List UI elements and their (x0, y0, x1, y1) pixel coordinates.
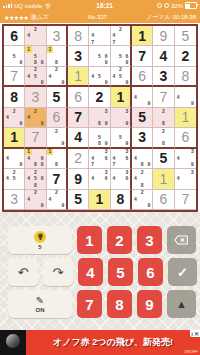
ad-banner[interactable]: オノフ赤 2つの飛び、新発売! i ✕ ONOFF (0, 330, 200, 355)
candidate-9: 9 (103, 121, 110, 127)
candidate-9: 9 (124, 141, 130, 147)
cell-r7c7[interactable]: 489 (132, 149, 153, 169)
cell-r4c8[interactable]: 7 (153, 87, 174, 107)
timer: 00:18:38 (173, 14, 196, 20)
cell-r5c8[interactable]: 28 (153, 108, 174, 128)
candidate-grid: 3467 (89, 149, 109, 168)
cell-r6c9[interactable]: 6 (175, 128, 196, 148)
cell-r2c2[interactable]: 1589 (25, 46, 46, 66)
pencil-icon: ✎ (36, 296, 44, 306)
given-digit: 2 (181, 49, 189, 63)
candidate-grid: 3467 (111, 149, 130, 168)
candidate-grid: 249 (25, 108, 45, 127)
cell-r3c1[interactable]: 7 (4, 67, 25, 87)
cell-r6c4[interactable]: 4 (68, 128, 89, 148)
ad-product-image (0, 330, 26, 355)
candidate-grid: 59 (4, 46, 24, 65)
cell-r3c2[interactable]: 2459 (25, 67, 46, 87)
cell-r5c4[interactable]: 7 (68, 108, 89, 128)
cell-r6c5[interactable]: 589 (89, 128, 110, 148)
candidate-grid: 24568 (25, 169, 45, 188)
candidate-7: 7 (89, 162, 96, 168)
given-digit: 7 (74, 110, 82, 124)
candidate-grid: 28 (153, 108, 173, 127)
cell-r4c4[interactable]: 6 (68, 87, 89, 107)
candidate-9: 9 (103, 59, 110, 65)
cell-r4c6[interactable]: 1 (111, 87, 132, 107)
candidate-9: 9 (18, 162, 25, 168)
candidate-9: 9 (189, 100, 196, 106)
cell-r8c2[interactable]: 24568 (25, 169, 46, 189)
candidate-grid: 2459 (25, 67, 45, 85)
cell-r1c5[interactable]: 47 (89, 26, 110, 46)
cell-r9c2[interactable]: 249 (25, 190, 46, 210)
candidate-9: 9 (146, 203, 153, 209)
cell-r9c3[interactable]: 249 (47, 190, 68, 210)
key-4[interactable]: 4 (78, 258, 103, 286)
candidate-8: 8 (160, 121, 167, 127)
candidate-grid: 489 (132, 149, 152, 168)
cell-r5c1[interactable]: 249 (4, 108, 25, 128)
candidate-9: 9 (60, 141, 66, 147)
user-digit: 2 (74, 151, 82, 165)
cell-r2c6[interactable]: 569 (111, 46, 132, 66)
candidate-grid: 1589 (25, 46, 45, 65)
candidate-9: 9 (124, 121, 130, 127)
cell-r3c5[interactable]: 459 (89, 67, 110, 87)
cell-r1c2[interactable]: 24 (25, 26, 46, 46)
cell-r3c8[interactable]: 3 (153, 67, 174, 87)
puzzle-number: No.327 (88, 14, 107, 20)
key-1[interactable]: 1 (77, 226, 102, 254)
cell-r1c4[interactable]: 8 (68, 26, 89, 46)
mode-label: ノーマル (146, 13, 170, 22)
collapse-button[interactable]: ▲ (167, 290, 196, 318)
ad-close-icon[interactable]: ✕ (194, 331, 199, 337)
user-digit: 6 (181, 130, 189, 144)
candidate-8: 8 (32, 182, 39, 188)
backspace-button[interactable] (167, 226, 196, 254)
orientation-lock-icon (157, 3, 162, 8)
given-digit: 5 (52, 90, 60, 104)
cell-r4c3[interactable]: 5 (47, 87, 68, 107)
given-digit: 8 (116, 192, 124, 206)
candidate-9: 9 (39, 79, 46, 85)
candidate-9: 9 (146, 162, 153, 168)
candidate-grid: 346 (89, 169, 109, 188)
candidate-grid: 245 (4, 169, 24, 188)
cell-r4c1[interactable]: 8 (4, 87, 25, 107)
candidate-grid: 49 (4, 149, 24, 168)
user-digit: 5 (181, 29, 189, 43)
cell-r5c5[interactable]: 389 (89, 108, 110, 128)
cell-r8c1[interactable]: 245 (4, 169, 25, 189)
cell-r8c8[interactable]: 1 (153, 169, 174, 189)
keypad-panel: 5 1 2 3 ↶ ↷ 4 5 6 ✓ ✎ ON 7 8 9 ▲ (0, 212, 200, 330)
given-digit: 9 (74, 172, 82, 186)
given-digit: 5 (138, 110, 146, 124)
user-digit: 3 (52, 29, 60, 43)
user-digit: 1 (74, 69, 82, 83)
given-digit: 4 (74, 130, 82, 144)
candidate-grid: 349 (175, 149, 196, 168)
user-digit: 9 (160, 29, 168, 43)
candidate-grid: 589 (89, 128, 109, 146)
candidate-8: 8 (96, 141, 103, 147)
candidate-8: 8 (96, 121, 103, 127)
collapse-icon: ▲ (176, 298, 187, 310)
hint-button[interactable]: 5 (8, 226, 72, 254)
candidate-9: 9 (39, 121, 46, 127)
candidate-grid: 18 (47, 149, 66, 168)
carrier-label: UQ mobile (14, 3, 42, 9)
cell-r9c5[interactable]: 1 (89, 190, 110, 210)
undo-icon: ↶ (18, 265, 29, 280)
candidate-9: 9 (60, 203, 66, 209)
candidate-grid: 24 (25, 26, 45, 45)
candidate-grid: 459 (89, 67, 109, 85)
given-digit: 7 (52, 172, 60, 186)
cell-r5c2[interactable]: 249 (25, 108, 46, 128)
candidate-grid: 39 (111, 108, 130, 127)
key-2[interactable]: 2 (107, 226, 132, 254)
signal-strength-icon (3, 3, 12, 8)
puzzle-header: ★★★★★ 激ムズ No.327 ノーマル 00:18:38 (0, 11, 200, 23)
candidate-grid: 569 (89, 46, 109, 65)
candidate-grid: 249 (25, 190, 45, 209)
cell-r7c4[interactable]: 2 (68, 149, 89, 169)
cell-r4c5[interactable]: 2 (89, 87, 110, 107)
cell-r1c8[interactable]: 9 (153, 26, 174, 46)
candidate-9: 9 (189, 162, 196, 168)
candidate-9: 9 (39, 162, 46, 168)
cell-r2c4[interactable]: 3 (68, 46, 89, 66)
lightbulb-icon (34, 231, 46, 243)
redo-icon: ↷ (53, 265, 64, 280)
key-7[interactable]: 7 (77, 290, 102, 318)
cell-r9c6[interactable]: 8 (111, 190, 132, 210)
given-digit: 3 (74, 49, 82, 63)
cell-r6c6[interactable]: 59 (111, 128, 132, 148)
user-digit: 3 (10, 192, 18, 206)
cell-r5c9[interactable]: 1 (175, 108, 196, 128)
candidate-grid: 18 (47, 46, 66, 65)
candidate-grid: 249 (132, 190, 152, 209)
ad-info-icon[interactable]: i (191, 331, 193, 337)
user-digit: 7 (32, 130, 40, 144)
hint-count: 5 (38, 244, 41, 250)
difficulty-label: 激ムズ (30, 13, 48, 22)
candidate-8: 8 (160, 141, 167, 147)
key-9[interactable]: 9 (137, 290, 162, 318)
candidate-8: 8 (32, 59, 39, 65)
cell-r7c5[interactable]: 3467 (89, 149, 110, 169)
user-digit: 3 (32, 90, 40, 104)
cell-r2c5[interactable]: 569 (89, 46, 110, 66)
cell-r8c5[interactable]: 346 (89, 169, 110, 189)
candidate-grid: 2459 (111, 67, 130, 85)
undo-button[interactable]: ↶ (8, 258, 38, 286)
candidate-grid: 569 (111, 46, 130, 65)
cell-r7c9[interactable]: 349 (175, 149, 196, 169)
cell-r2c8[interactable]: 4 (153, 46, 174, 66)
given-digit: 8 (10, 90, 18, 104)
status-bar: UQ mobile 16:21 32% (0, 0, 200, 11)
cell-r7c6[interactable]: 3467 (111, 149, 132, 169)
cell-r6c3[interactable]: 29 (47, 128, 68, 148)
wifi-icon (44, 3, 52, 9)
candidate-9: 9 (103, 79, 110, 85)
user-digit: 6 (74, 90, 82, 104)
candidate-grid: 249 (4, 108, 24, 127)
cell-r9c1[interactable]: 3 (4, 190, 25, 210)
cell-r6c8[interactable]: 28 (153, 128, 174, 148)
user-digit: 7 (181, 192, 189, 206)
given-digit: 3 (138, 130, 146, 144)
cell-r1c3[interactable]: 3 (47, 26, 68, 46)
given-digit: 1 (116, 90, 124, 104)
cell-r3c7[interactable]: 6 (132, 67, 153, 87)
cell-r9c4[interactable]: 5 (68, 190, 89, 210)
battery-icon (185, 2, 197, 9)
user-digit: 8 (74, 29, 82, 43)
memo-state-label: ON (36, 307, 45, 313)
candidate-grid: 249 (47, 67, 66, 85)
given-digit: 1 (10, 130, 18, 144)
cell-r2c7[interactable]: 7 (132, 46, 153, 66)
redo-button[interactable]: ↷ (43, 258, 73, 286)
candidate-grid: 28 (153, 128, 173, 146)
check-icon: ✓ (177, 265, 188, 280)
cell-r3c3[interactable]: 249 (47, 67, 68, 87)
candidate-8: 8 (32, 162, 39, 168)
candidate-grid: 49 (132, 87, 152, 106)
cell-r2c3[interactable]: 18 (47, 46, 68, 66)
check-button[interactable]: ✓ (168, 258, 197, 286)
sudoku-board: 6243847247195591589183569569742724592491… (2, 24, 198, 212)
cell-r7c8[interactable]: 5 (153, 149, 174, 169)
candidate-grid: 29 (47, 128, 66, 146)
given-digit: 1 (96, 192, 104, 206)
candidate-8: 8 (139, 182, 146, 188)
ad-brand-label: ONOFF (184, 349, 198, 354)
battery-percent: 32% (171, 3, 183, 9)
candidate-grid: 249 (47, 190, 66, 209)
user-digit: 1 (160, 172, 168, 186)
candidate-grid: 389 (89, 108, 109, 127)
ad-text: オノフ赤 2つの飛び、新発売! (26, 336, 200, 349)
candidate-9: 9 (124, 59, 130, 65)
candidate-grid: 59 (111, 128, 130, 146)
candidate-8: 8 (139, 162, 146, 168)
cell-r8c4[interactable]: 9 (68, 169, 89, 189)
candidate-grid: 14689 (25, 149, 45, 168)
cell-r1c9[interactable]: 5 (175, 26, 196, 46)
cell-r8c3[interactable]: 7 (47, 169, 68, 189)
cell-r9c9[interactable]: 7 (175, 190, 196, 210)
cell-r9c8[interactable]: 6 (153, 190, 174, 210)
given-digit: 7 (138, 49, 146, 63)
cell-r3c6[interactable]: 2459 (111, 67, 132, 87)
candidate-9: 9 (18, 59, 25, 65)
user-digit: 7 (10, 69, 18, 83)
key-3[interactable]: 3 (137, 226, 162, 254)
cell-r2c1[interactable]: 59 (4, 46, 25, 66)
given-digit: 5 (74, 192, 82, 206)
given-digit: 4 (160, 49, 168, 63)
cell-r7c2[interactable]: 14689 (25, 149, 46, 169)
cell-r2c9[interactable]: 2 (175, 46, 196, 66)
difficulty-stars: ★★★★★ (4, 14, 28, 21)
given-digit: 5 (160, 151, 168, 165)
user-digit: 1 (181, 110, 189, 124)
memo-toggle[interactable]: ✎ ON (8, 290, 72, 318)
cell-r9c7[interactable]: 249 (132, 190, 153, 210)
candidate-grid: 247 (111, 26, 130, 45)
cell-r5c6[interactable]: 39 (111, 108, 132, 128)
cell-r1c6[interactable]: 247 (111, 26, 132, 46)
cell-r5c3[interactable]: 6 (47, 108, 68, 128)
clock-time: 16:21 (96, 2, 113, 9)
candidate-7: 7 (89, 39, 96, 45)
candidate-grid: 47 (89, 26, 109, 45)
key-8[interactable]: 8 (107, 290, 132, 318)
candidate-9: 9 (39, 59, 46, 65)
candidate-grid: 49 (175, 87, 196, 106)
cell-r8c6[interactable]: 346 (111, 169, 132, 189)
cell-r1c1[interactable]: 6 (4, 26, 25, 46)
user-digit: 6 (52, 110, 60, 124)
candidate-9: 9 (18, 121, 25, 127)
given-digit: 3 (160, 69, 168, 83)
given-digit: 2 (96, 90, 104, 104)
user-digit: 6 (138, 69, 146, 83)
user-digit: 6 (160, 192, 168, 206)
candidate-grid: 248 (132, 169, 152, 188)
candidate-9: 9 (146, 100, 153, 106)
cell-r6c1[interactable]: 1 (4, 128, 25, 148)
cell-r7c1[interactable]: 49 (4, 149, 25, 169)
user-digit: 7 (160, 90, 168, 104)
cell-r8c9[interactable]: 34 (175, 169, 196, 189)
given-digit: 6 (10, 29, 18, 43)
cell-r3c9[interactable]: 8 (175, 67, 196, 87)
candidate-9: 9 (103, 141, 110, 147)
candidate-9: 9 (124, 79, 130, 85)
candidate-grid: 34 (175, 169, 196, 188)
cell-r8c7[interactable]: 248 (132, 169, 153, 189)
cell-r1c7[interactable]: 1 (132, 26, 153, 46)
user-digit: 8 (181, 69, 189, 83)
given-digit: 1 (138, 29, 146, 43)
candidate-grid: 346 (111, 169, 130, 188)
cell-r4c9[interactable]: 49 (175, 87, 196, 107)
backspace-icon (174, 235, 189, 245)
cell-r4c2[interactable]: 3 (25, 87, 46, 107)
alarm-icon (164, 3, 169, 8)
cell-r4c7[interactable]: 49 (132, 87, 153, 107)
cell-r6c2[interactable]: 7 (25, 128, 46, 148)
cell-r5c7[interactable]: 5 (132, 108, 153, 128)
candidate-9: 9 (60, 79, 66, 85)
cell-r3c4[interactable]: 1 (68, 67, 89, 87)
app-screen: UQ mobile 16:21 32% ★★★★★ 激ムズ No.327 ノーマ… (0, 0, 200, 355)
candidate-9: 9 (39, 203, 46, 209)
key-6[interactable]: 6 (138, 258, 163, 286)
cell-r6c7[interactable]: 3 (132, 128, 153, 148)
cell-r7c3[interactable]: 18 (47, 149, 68, 169)
key-5[interactable]: 5 (108, 258, 133, 286)
